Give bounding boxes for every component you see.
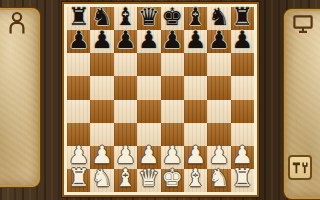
square-g5[interactable] [207,76,230,99]
square-e1[interactable]: ♚ [161,169,184,192]
piece-white-bishop[interactable]: ♝ [115,167,137,190]
piece-black-pawn[interactable]: ♟ [232,29,254,52]
square-e4[interactable] [161,100,184,123]
square-c6[interactable] [114,53,137,76]
square-h4[interactable] [231,100,254,123]
square-h5[interactable] [231,76,254,99]
square-h1[interactable]: ♜ [231,169,254,192]
piece-black-pawn[interactable]: ♟ [68,29,90,52]
board-frame: ♜♞♝♛♚♝♞♜♟♟♟♟♟♟♟♟♟♟♟♟♟♟♟♟♜♞♝♛♚♝♞♜ [62,2,259,197]
hammer-and-wrench-icon [291,160,309,175]
square-a6[interactable] [67,53,90,76]
player-icon [7,10,27,35]
square-b1[interactable]: ♞ [90,169,113,192]
square-b6[interactable] [90,53,113,76]
piece-black-pawn[interactable]: ♟ [115,29,137,52]
square-c5[interactable] [114,76,137,99]
piece-white-king[interactable]: ♚ [161,167,183,190]
square-g7[interactable]: ♟ [207,30,230,53]
square-e5[interactable] [161,76,184,99]
square-c7[interactable]: ♟ [114,30,137,53]
square-d5[interactable] [137,76,160,99]
square-g1[interactable]: ♞ [207,169,230,192]
square-a5[interactable] [67,76,90,99]
piece-white-knight[interactable]: ♞ [91,167,113,190]
piece-white-queen[interactable]: ♛ [138,167,160,190]
piece-black-pawn[interactable]: ♟ [161,29,183,52]
square-f1[interactable]: ♝ [184,169,207,192]
piece-black-pawn[interactable]: ♟ [185,29,207,52]
square-d4[interactable] [137,100,160,123]
square-a1[interactable]: ♜ [67,169,90,192]
square-e6[interactable] [161,53,184,76]
tools-button[interactable] [288,155,312,180]
piece-white-bishop[interactable]: ♝ [185,167,207,190]
square-a4[interactable] [67,100,90,123]
piece-white-rook[interactable]: ♜ [68,167,90,190]
computer-icon [292,13,314,36]
square-b4[interactable] [90,100,113,123]
square-a7[interactable]: ♟ [67,30,90,53]
square-h7[interactable]: ♟ [231,30,254,53]
square-h6[interactable] [231,53,254,76]
square-f7[interactable]: ♟ [184,30,207,53]
square-d6[interactable] [137,53,160,76]
square-b7[interactable]: ♟ [90,30,113,53]
app-window: ♜♞♝♛♚♝♞♜♟♟♟♟♟♟♟♟♟♟♟♟♟♟♟♟♜♞♝♛♚♝♞♜ [0,0,320,200]
piece-black-pawn[interactable]: ♟ [91,29,113,52]
square-f6[interactable] [184,53,207,76]
piece-black-pawn[interactable]: ♟ [208,29,230,52]
square-b5[interactable] [90,76,113,99]
square-f5[interactable] [184,76,207,99]
piece-black-pawn[interactable]: ♟ [138,29,160,52]
square-d7[interactable]: ♟ [137,30,160,53]
piece-white-rook[interactable]: ♜ [232,167,254,190]
square-d1[interactable]: ♛ [137,169,160,192]
square-g6[interactable] [207,53,230,76]
square-f4[interactable] [184,100,207,123]
square-c4[interactable] [114,100,137,123]
board: ♜♞♝♛♚♝♞♜♟♟♟♟♟♟♟♟♟♟♟♟♟♟♟♟♜♞♝♛♚♝♞♜ [67,7,254,192]
square-g4[interactable] [207,100,230,123]
square-c1[interactable]: ♝ [114,169,137,192]
square-e7[interactable]: ♟ [161,30,184,53]
piece-white-knight[interactable]: ♞ [208,167,230,190]
